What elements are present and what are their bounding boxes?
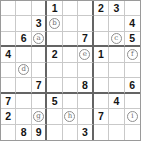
cell-r7c5[interactable] (63, 94, 78, 109)
cell-r2c9[interactable]: 4 (125, 16, 140, 31)
cell-r5c7[interactable] (94, 63, 109, 78)
cell-r1c6[interactable] (78, 1, 93, 16)
cell-r1c3[interactable] (32, 1, 47, 16)
circled-letter-mark: e (79, 49, 90, 60)
cell-r7c8[interactable]: 4 (109, 94, 124, 109)
cell-r7c1[interactable]: 7 (1, 94, 16, 109)
cell-r4c8[interactable] (109, 47, 124, 62)
cell-r5c9[interactable] (125, 63, 140, 78)
cell-r5c2[interactable]: d (16, 63, 31, 78)
cell-r5c1[interactable] (1, 63, 16, 78)
cell-r9c7[interactable] (94, 125, 109, 140)
circled-letter-mark: d (18, 64, 29, 75)
circled-letter-mark: c (111, 33, 122, 44)
circled-letter-mark: b (49, 18, 60, 29)
cell-r4c9[interactable]: f (125, 47, 140, 62)
cell-r2c1[interactable] (1, 16, 16, 31)
cell-r2c3[interactable]: 3 (32, 16, 47, 31)
cell-r8c4[interactable] (47, 109, 62, 124)
cell-r9c6[interactable]: 3 (78, 125, 93, 140)
cell-r2c8[interactable] (109, 16, 124, 31)
circled-letter-mark: g (33, 111, 44, 122)
cell-r6c7[interactable] (94, 78, 109, 93)
cell-r9c4[interactable] (47, 125, 62, 140)
cell-r1c9[interactable] (125, 1, 140, 16)
given-digit: 4 (129, 18, 135, 29)
circled-letter-mark: a (33, 33, 44, 44)
cell-r2c5[interactable] (63, 16, 78, 31)
cell-r6c9[interactable]: 6 (125, 78, 140, 93)
given-digit: 6 (129, 80, 135, 91)
given-digit: 2 (5, 111, 11, 122)
cell-r5c3[interactable] (32, 63, 47, 78)
cell-r2c2[interactable] (16, 16, 31, 31)
cell-r1c8[interactable]: 3 (109, 1, 124, 16)
cell-r8c9[interactable]: i (125, 109, 140, 124)
sudoku-board: 1233b46a7c542e1fd7867542gh7i893 (0, 0, 141, 141)
given-digit: 6 (21, 33, 27, 44)
cell-r6c4[interactable] (47, 78, 62, 93)
given-digit: 8 (21, 127, 27, 138)
cell-r4c6[interactable]: e (78, 47, 93, 62)
cell-r6c6[interactable]: 8 (78, 78, 93, 93)
cell-r7c6[interactable] (78, 94, 93, 109)
cell-r1c1[interactable] (1, 1, 16, 16)
given-digit: 5 (52, 96, 58, 107)
given-digit: 2 (98, 3, 104, 14)
given-digit: 7 (82, 33, 88, 44)
cell-r4c2[interactable] (16, 47, 31, 62)
circled-letter-mark: f (127, 49, 138, 60)
cell-r4c3[interactable] (32, 47, 47, 62)
cell-r8c8[interactable] (109, 109, 124, 124)
cell-r9c5[interactable] (63, 125, 78, 140)
cell-r9c1[interactable] (1, 125, 16, 140)
cell-r6c2[interactable] (16, 78, 31, 93)
cell-r3c3[interactable]: a (32, 32, 47, 47)
cell-r4c4[interactable]: 2 (47, 47, 62, 62)
cell-r3c6[interactable]: 7 (78, 32, 93, 47)
circled-letter-mark: i (127, 111, 138, 122)
cell-r8c2[interactable] (16, 109, 31, 124)
given-digit: 9 (36, 127, 42, 138)
cell-r3c7[interactable] (94, 32, 109, 47)
cell-r3c2[interactable]: 6 (16, 32, 31, 47)
cell-r7c4[interactable]: 5 (47, 94, 62, 109)
given-digit: 4 (113, 96, 119, 107)
cell-r5c4[interactable] (47, 63, 62, 78)
given-digit: 2 (52, 49, 58, 60)
cell-r1c4[interactable]: 1 (47, 1, 62, 16)
given-digit: 1 (52, 3, 58, 14)
cell-r6c1[interactable] (1, 78, 16, 93)
cell-r5c6[interactable] (78, 63, 93, 78)
cell-r2c4[interactable]: b (47, 16, 62, 31)
cell-r7c9[interactable] (125, 94, 140, 109)
given-digit: 3 (36, 18, 42, 29)
given-digit: 7 (36, 80, 42, 91)
cell-r8c5[interactable]: h (63, 109, 78, 124)
cell-r7c2[interactable] (16, 94, 31, 109)
cell-r1c7[interactable]: 2 (94, 1, 109, 16)
cell-r9c2[interactable]: 8 (16, 125, 31, 140)
cell-r8c7[interactable]: 7 (94, 109, 109, 124)
cell-r9c9[interactable] (125, 125, 140, 140)
cell-r8c6[interactable] (78, 109, 93, 124)
cell-r2c7[interactable] (94, 16, 109, 31)
cell-r6c8[interactable] (109, 78, 124, 93)
cell-r3c5[interactable] (63, 32, 78, 47)
cell-r2c6[interactable] (78, 16, 93, 31)
cell-r5c8[interactable] (109, 63, 124, 78)
cell-r1c2[interactable] (16, 1, 31, 16)
cell-r6c5[interactable] (63, 78, 78, 93)
given-digit: 7 (98, 111, 104, 122)
cell-r7c7[interactable] (94, 94, 109, 109)
cell-r4c5[interactable] (63, 47, 78, 62)
cell-r4c1[interactable]: 4 (1, 47, 16, 62)
given-digit: 5 (129, 33, 135, 44)
cell-r8c3[interactable]: g (32, 109, 47, 124)
given-digit: 7 (5, 96, 11, 107)
cell-r6c3[interactable]: 7 (32, 78, 47, 93)
cell-r4c7[interactable]: 1 (94, 47, 109, 62)
cell-r3c1[interactable] (1, 32, 16, 47)
cell-r5c5[interactable] (63, 63, 78, 78)
given-digit: 3 (82, 127, 88, 138)
cell-r9c8[interactable] (109, 125, 124, 140)
cell-r9c3[interactable]: 9 (32, 125, 47, 140)
cell-r8c1[interactable]: 2 (1, 109, 16, 124)
given-digit: 1 (98, 49, 104, 60)
cell-r7c3[interactable] (32, 94, 47, 109)
cell-r3c4[interactable] (47, 32, 62, 47)
given-digit: 8 (82, 80, 88, 91)
given-digit: 4 (5, 49, 11, 60)
cell-r3c9[interactable]: 5 (125, 32, 140, 47)
circled-letter-mark: h (64, 111, 75, 122)
cell-r1c5[interactable] (63, 1, 78, 16)
given-digit: 3 (113, 3, 119, 14)
cell-r3c8[interactable]: c (109, 32, 124, 47)
